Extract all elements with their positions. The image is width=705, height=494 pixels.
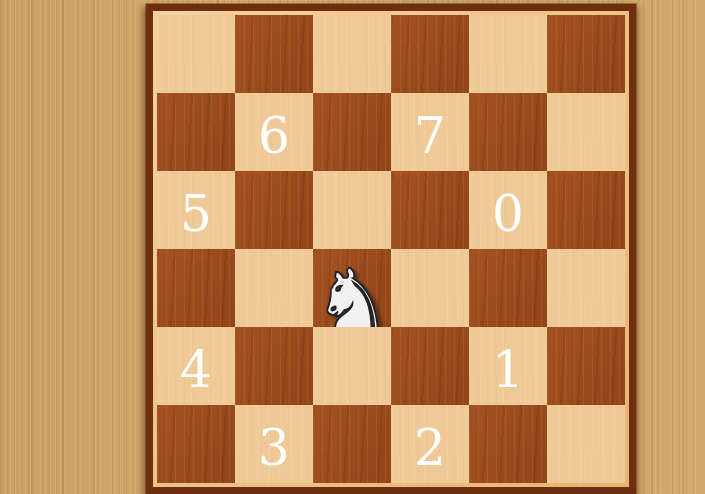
square-r0-c2[interactable] [313, 15, 391, 93]
square-r2-c4[interactable]: 0 [469, 171, 547, 249]
square-r5-c4[interactable] [469, 405, 547, 483]
square-r4-c4[interactable]: 1 [469, 327, 547, 405]
wooden-table-background: 6750♞4132 [0, 0, 705, 494]
square-r5-c5[interactable] [547, 405, 625, 483]
square-r3-c2[interactable]: ♞ [313, 249, 391, 327]
square-r5-c1[interactable]: 3 [235, 405, 313, 483]
move-label-4: 4 [180, 331, 212, 409]
square-r1-c3[interactable]: 7 [391, 93, 469, 171]
square-r1-c4[interactable] [469, 93, 547, 171]
square-r5-c2[interactable] [313, 405, 391, 483]
square-r4-c1[interactable] [235, 327, 313, 405]
square-r2-c3[interactable] [391, 171, 469, 249]
chess-board-frame: 6750♞4132 [146, 4, 636, 494]
square-r2-c0[interactable]: 5 [157, 171, 235, 249]
square-r0-c0[interactable] [157, 15, 235, 93]
square-r2-c2[interactable] [313, 171, 391, 249]
square-r3-c0[interactable] [157, 249, 235, 327]
square-r5-c3[interactable]: 2 [391, 405, 469, 483]
square-r5-c0[interactable] [157, 405, 235, 483]
square-r0-c4[interactable] [469, 15, 547, 93]
square-r4-c0[interactable]: 4 [157, 327, 235, 405]
square-r0-c5[interactable] [547, 15, 625, 93]
move-label-1: 1 [492, 331, 524, 409]
square-r2-c5[interactable] [547, 171, 625, 249]
square-r4-c5[interactable] [547, 327, 625, 405]
square-r4-c3[interactable] [391, 327, 469, 405]
move-label-5: 5 [180, 175, 212, 253]
move-label-7: 7 [414, 97, 446, 175]
move-label-3: 3 [258, 409, 290, 487]
square-r3-c5[interactable] [547, 249, 625, 327]
move-label-6: 6 [258, 97, 290, 175]
square-r1-c5[interactable] [547, 93, 625, 171]
move-label-0: 0 [492, 175, 524, 253]
square-r1-c2[interactable] [313, 93, 391, 171]
square-r4-c2[interactable] [313, 327, 391, 405]
move-label-2: 2 [414, 409, 446, 487]
square-r3-c4[interactable] [469, 249, 547, 327]
square-r3-c3[interactable] [391, 249, 469, 327]
square-r1-c0[interactable] [157, 93, 235, 171]
square-r0-c3[interactable] [391, 15, 469, 93]
square-r1-c1[interactable]: 6 [235, 93, 313, 171]
chess-board: 6750♞4132 [157, 15, 625, 483]
square-r0-c1[interactable] [235, 15, 313, 93]
square-r2-c1[interactable] [235, 171, 313, 249]
square-r3-c1[interactable] [235, 249, 313, 327]
